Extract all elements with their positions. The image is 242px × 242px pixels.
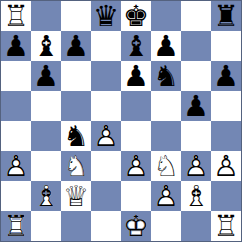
square-b1[interactable] xyxy=(31,211,61,241)
square-h2[interactable] xyxy=(211,181,241,211)
square-c4[interactable]: ♞ xyxy=(61,121,91,151)
square-d7[interactable] xyxy=(91,31,121,61)
square-e3[interactable]: ♟♙ xyxy=(121,151,151,181)
white-knight-icon: ♞ xyxy=(151,151,181,181)
square-e5[interactable] xyxy=(121,91,151,121)
square-c3[interactable]: ♞♘ xyxy=(61,151,91,181)
white-rook-icon-outline: ♖ xyxy=(1,1,31,31)
square-c1[interactable] xyxy=(61,211,91,241)
white-bishop-icon-outline: ♗ xyxy=(31,181,61,211)
white-rook-icon: ♜ xyxy=(1,1,31,31)
square-h8[interactable]: ♜ xyxy=(211,1,241,31)
square-b2[interactable]: ♝♗ xyxy=(31,181,61,211)
square-e1[interactable]: ♚♔ xyxy=(121,211,151,241)
square-d8[interactable]: ♛ xyxy=(91,1,121,31)
black-bishop-icon: ♝ xyxy=(121,31,151,61)
square-d1[interactable] xyxy=(91,211,121,241)
white-rook-icon: ♜ xyxy=(1,211,31,241)
square-a1[interactable]: ♜♖ xyxy=(1,211,31,241)
black-pawn-icon: ♟ xyxy=(211,61,241,91)
white-rook-icon-outline: ♖ xyxy=(211,211,241,241)
square-h4[interactable] xyxy=(211,121,241,151)
black-king-icon: ♚ xyxy=(121,1,151,31)
black-queen-icon: ♛ xyxy=(91,1,121,31)
black-pawn-icon: ♟ xyxy=(61,31,91,61)
square-d2[interactable] xyxy=(91,181,121,211)
square-h7[interactable] xyxy=(211,31,241,61)
square-f2[interactable]: ♟♙ xyxy=(151,181,181,211)
white-pawn-icon-outline: ♙ xyxy=(121,151,151,181)
square-d5[interactable] xyxy=(91,91,121,121)
square-f3[interactable]: ♞♘ xyxy=(151,151,181,181)
white-knight-icon-outline: ♘ xyxy=(61,151,91,181)
square-g1[interactable] xyxy=(181,211,211,241)
white-pawn-icon: ♟ xyxy=(211,151,241,181)
black-pawn-icon: ♟ xyxy=(1,31,31,61)
black-bishop-icon: ♝ xyxy=(31,31,61,61)
white-pawn-icon: ♟ xyxy=(1,151,31,181)
square-d3[interactable] xyxy=(91,151,121,181)
white-bishop-icon: ♝ xyxy=(31,181,61,211)
square-g3[interactable]: ♟♙ xyxy=(181,151,211,181)
white-queen-icon-outline: ♕ xyxy=(61,181,91,211)
square-a6[interactable] xyxy=(1,61,31,91)
square-a4[interactable] xyxy=(1,121,31,151)
white-bishop-icon-outline: ♗ xyxy=(181,181,211,211)
square-g6[interactable] xyxy=(181,61,211,91)
black-knight-icon: ♞ xyxy=(61,121,91,151)
white-rook-icon-outline: ♖ xyxy=(1,211,31,241)
square-g4[interactable] xyxy=(181,121,211,151)
square-g5[interactable]: ♟ xyxy=(181,91,211,121)
black-knight-icon: ♞ xyxy=(151,61,181,91)
square-a8[interactable]: ♜♖ xyxy=(1,1,31,31)
chess-board: ♜♖♛♚♜♟♝♟♝♟♟♟♞♟♟♞♟♙♟♙♞♘♟♙♞♘♟♙♟♙♝♗♛♕♟♙♝♗♜♖… xyxy=(0,0,242,242)
square-f8[interactable] xyxy=(151,1,181,31)
square-f6[interactable]: ♞ xyxy=(151,61,181,91)
square-h1[interactable]: ♜♖ xyxy=(211,211,241,241)
white-pawn-icon: ♟ xyxy=(91,121,121,151)
square-d6[interactable] xyxy=(91,61,121,91)
square-e2[interactable] xyxy=(121,181,151,211)
square-c5[interactable] xyxy=(61,91,91,121)
white-pawn-icon: ♟ xyxy=(121,151,151,181)
black-pawn-icon: ♟ xyxy=(31,61,61,91)
white-pawn-icon-outline: ♙ xyxy=(1,151,31,181)
white-knight-icon: ♞ xyxy=(61,151,91,181)
square-h5[interactable] xyxy=(211,91,241,121)
square-g7[interactable] xyxy=(181,31,211,61)
white-pawn-icon-outline: ♙ xyxy=(91,121,121,151)
chess-board-container: ♜♖♛♚♜♟♝♟♝♟♟♟♞♟♟♞♟♙♟♙♞♘♟♙♞♘♟♙♟♙♝♗♛♕♟♙♝♗♜♖… xyxy=(0,0,242,242)
square-b5[interactable] xyxy=(31,91,61,121)
square-d4[interactable]: ♟♙ xyxy=(91,121,121,151)
white-king-icon-outline: ♔ xyxy=(121,211,151,241)
square-c7[interactable]: ♟ xyxy=(61,31,91,61)
square-g8[interactable] xyxy=(181,1,211,31)
black-pawn-icon: ♟ xyxy=(151,31,181,61)
square-a2[interactable] xyxy=(1,181,31,211)
black-pawn-icon: ♟ xyxy=(181,91,211,121)
square-b3[interactable] xyxy=(31,151,61,181)
white-bishop-icon: ♝ xyxy=(181,181,211,211)
square-a3[interactable]: ♟♙ xyxy=(1,151,31,181)
square-f7[interactable]: ♟ xyxy=(151,31,181,61)
white-pawn-icon: ♟ xyxy=(181,151,211,181)
square-h3[interactable]: ♟♙ xyxy=(211,151,241,181)
square-e6[interactable]: ♟ xyxy=(121,61,151,91)
square-h6[interactable]: ♟ xyxy=(211,61,241,91)
square-f1[interactable] xyxy=(151,211,181,241)
white-pawn-icon: ♟ xyxy=(151,181,181,211)
white-king-icon: ♚ xyxy=(121,211,151,241)
square-c2[interactable]: ♛♕ xyxy=(61,181,91,211)
square-a5[interactable] xyxy=(1,91,31,121)
white-pawn-icon-outline: ♙ xyxy=(151,181,181,211)
square-g2[interactable]: ♝♗ xyxy=(181,181,211,211)
black-pawn-icon: ♟ xyxy=(121,61,151,91)
white-pawn-icon-outline: ♙ xyxy=(211,151,241,181)
square-b4[interactable] xyxy=(31,121,61,151)
square-a7[interactable]: ♟ xyxy=(1,31,31,61)
square-b8[interactable] xyxy=(31,1,61,31)
white-queen-icon: ♛ xyxy=(61,181,91,211)
white-rook-icon: ♜ xyxy=(211,211,241,241)
square-e7[interactable]: ♝ xyxy=(121,31,151,61)
square-e8[interactable]: ♚ xyxy=(121,1,151,31)
square-f4[interactable] xyxy=(151,121,181,151)
square-b6[interactable]: ♟ xyxy=(31,61,61,91)
black-rook-icon: ♜ xyxy=(211,1,241,31)
white-knight-icon-outline: ♘ xyxy=(151,151,181,181)
square-b7[interactable]: ♝ xyxy=(31,31,61,61)
square-f5[interactable] xyxy=(151,91,181,121)
square-c8[interactable] xyxy=(61,1,91,31)
square-e4[interactable] xyxy=(121,121,151,151)
white-pawn-icon-outline: ♙ xyxy=(181,151,211,181)
square-c6[interactable] xyxy=(61,61,91,91)
